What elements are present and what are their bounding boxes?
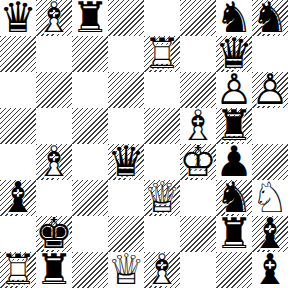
square-g4[interactable]: ♟♟ [216,144,252,180]
piece-fill-halo: ♜ [0,248,38,288]
square-b7[interactable] [36,36,72,72]
square-a5[interactable] [0,108,36,144]
bR-glyph: ♜ [215,213,253,255]
piece-black-king[interactable]: ♚♚ [36,216,72,252]
piece-white-bishop[interactable]: ♝♗ [36,0,72,36]
square-a2[interactable] [0,216,36,252]
bN-glyph: ♞ [251,0,289,39]
piece-white-pawn[interactable]: ♟♙ [252,72,288,108]
square-b2[interactable]: ♚♚ [36,216,72,252]
wP-glyph: ♙ [215,69,253,111]
piece-black-bishop[interactable]: ♝♝ [252,252,288,288]
square-d8[interactable] [108,0,144,36]
square-a4[interactable] [0,144,36,180]
square-c7[interactable] [72,36,108,72]
wB-glyph: ♗ [35,0,73,39]
bP-glyph: ♟ [215,141,253,183]
square-f8[interactable] [180,0,216,36]
piece-fill-halo: ♞ [214,176,254,221]
piece-fill-halo: ♝ [250,248,290,288]
piece-white-bishop[interactable]: ♝♗ [180,108,216,144]
piece-black-knight[interactable]: ♞♞ [252,0,288,36]
wP-glyph: ♙ [251,69,289,111]
wR-glyph: ♖ [143,33,181,75]
square-b6[interactable] [36,72,72,108]
square-g7[interactable]: ♛♛ [216,36,252,72]
square-e3[interactable]: ♛♕ [144,180,180,216]
square-b3[interactable] [36,180,72,216]
square-e8[interactable] [144,0,180,36]
square-a8[interactable]: ♛♛ [0,0,36,36]
wB-glyph: ♗ [179,105,217,147]
bR-glyph: ♜ [71,0,109,39]
square-f5[interactable]: ♝♗ [180,108,216,144]
wQ-glyph: ♕ [143,177,181,219]
square-c8[interactable]: ♜♜ [72,0,108,36]
piece-fill-halo: ♞ [250,176,290,221]
piece-fill-halo: ♝ [178,104,218,149]
bR-glyph: ♜ [35,249,73,288]
square-f7[interactable] [180,36,216,72]
piece-fill-halo: ♛ [106,140,146,185]
square-f4[interactable]: ♚♔ [180,144,216,180]
square-e4[interactable] [144,144,180,180]
square-f6[interactable] [180,72,216,108]
square-a6[interactable] [0,72,36,108]
piece-white-king[interactable]: ♚♔ [180,144,216,180]
square-e7[interactable]: ♜♖ [144,36,180,72]
piece-white-rook[interactable]: ♜♖ [144,36,180,72]
square-c6[interactable] [72,72,108,108]
square-d4[interactable]: ♛♛ [108,144,144,180]
square-a7[interactable] [0,36,36,72]
bB-glyph: ♝ [251,213,289,255]
square-c1[interactable] [72,252,108,288]
square-e5[interactable] [144,108,180,144]
piece-fill-halo: ♛ [106,248,146,288]
bK-glyph: ♚ [35,213,73,255]
piece-black-rook[interactable]: ♜♜ [216,216,252,252]
square-b5[interactable] [36,108,72,144]
piece-white-queen[interactable]: ♛♕ [144,180,180,216]
piece-fill-halo: ♛ [214,32,254,77]
square-a1[interactable]: ♜♖ [0,252,36,288]
piece-black-rook[interactable]: ♜♜ [72,0,108,36]
square-h6[interactable]: ♟♙ [252,72,288,108]
piece-fill-halo: ♜ [142,32,182,77]
square-h8[interactable]: ♞♞ [252,0,288,36]
square-e1[interactable]: ♝♗ [144,252,180,288]
piece-fill-halo: ♞ [250,0,290,41]
wB-glyph: ♗ [35,141,73,183]
bQ-glyph: ♛ [107,141,145,183]
square-g2[interactable]: ♜♜ [216,216,252,252]
piece-fill-halo: ♝ [250,212,290,257]
piece-black-rook[interactable]: ♜♜ [36,252,72,288]
piece-white-knight[interactable]: ♞♘ [252,180,288,216]
piece-black-queen[interactable]: ♛♛ [108,144,144,180]
piece-fill-halo: ♛ [0,0,38,41]
square-g8[interactable]: ♞♞ [216,0,252,36]
piece-fill-halo: ♞ [214,0,254,41]
bR-glyph: ♜ [215,105,253,147]
piece-fill-halo: ♜ [34,248,74,288]
wB-glyph: ♗ [143,249,181,288]
bQ-glyph: ♛ [215,33,253,75]
square-a3[interactable]: ♝♝ [0,180,36,216]
piece-black-knight[interactable]: ♞♞ [216,0,252,36]
piece-fill-halo: ♜ [214,212,254,257]
square-c2[interactable] [72,216,108,252]
piece-fill-halo: ♛ [142,176,182,221]
square-b4[interactable]: ♝♗ [36,144,72,180]
square-h2[interactable]: ♝♝ [252,216,288,252]
square-d3[interactable] [108,180,144,216]
square-f2[interactable] [180,216,216,252]
piece-fill-halo: ♜ [70,0,110,41]
piece-black-knight[interactable]: ♞♞ [216,180,252,216]
wN-glyph: ♘ [251,177,289,219]
square-f3[interactable] [180,180,216,216]
square-h7[interactable] [252,36,288,72]
piece-white-bishop[interactable]: ♝♗ [144,252,180,288]
piece-black-queen[interactable]: ♛♛ [0,0,36,36]
piece-fill-halo: ♚ [34,212,74,257]
square-f1[interactable] [180,252,216,288]
piece-white-bishop[interactable]: ♝♗ [36,144,72,180]
piece-fill-halo: ♟ [214,68,254,113]
piece-fill-halo: ♝ [0,176,38,221]
piece-fill-halo: ♚ [178,140,218,185]
piece-black-bishop[interactable]: ♝♝ [0,180,36,216]
square-g5[interactable]: ♜♜ [216,108,252,144]
piece-black-rook[interactable]: ♜♜ [216,108,252,144]
piece-white-rook[interactable]: ♜♖ [0,252,36,288]
square-g3[interactable]: ♞♞ [216,180,252,216]
piece-fill-halo: ♟ [250,68,290,113]
square-g6[interactable]: ♟♙ [216,72,252,108]
square-h5[interactable] [252,108,288,144]
square-h4[interactable] [252,144,288,180]
bN-glyph: ♞ [215,0,253,39]
wQ-glyph: ♕ [107,249,145,288]
square-d6[interactable] [108,72,144,108]
piece-white-queen[interactable]: ♛♕ [108,252,144,288]
square-d5[interactable] [108,108,144,144]
bN-glyph: ♞ [215,177,253,219]
square-d1[interactable]: ♛♕ [108,252,144,288]
wR-glyph: ♖ [0,249,37,288]
piece-fill-halo: ♝ [34,0,74,41]
bB-glyph: ♝ [0,177,37,219]
piece-black-pawn[interactable]: ♟♟ [216,144,252,180]
square-h1[interactable]: ♝♝ [252,252,288,288]
piece-fill-halo: ♜ [214,104,254,149]
piece-white-pawn[interactable]: ♟♙ [216,72,252,108]
piece-fill-halo: ♝ [142,248,182,288]
piece-black-bishop[interactable]: ♝♝ [252,216,288,252]
square-c3[interactable] [72,180,108,216]
bB-glyph: ♝ [251,249,289,288]
piece-fill-halo: ♝ [34,140,74,185]
piece-black-queen[interactable]: ♛♛ [216,36,252,72]
square-b1[interactable]: ♜♜ [36,252,72,288]
piece-fill-halo: ♟ [214,140,254,185]
square-h3[interactable]: ♞♘ [252,180,288,216]
square-b8[interactable]: ♝♗ [36,0,72,36]
square-c5[interactable] [72,108,108,144]
bQ-glyph: ♛ [0,0,37,39]
square-g1[interactable] [216,252,252,288]
square-d2[interactable] [108,216,144,252]
wK-glyph: ♔ [179,141,217,183]
square-d7[interactable] [108,36,144,72]
square-e6[interactable] [144,72,180,108]
square-c4[interactable] [72,144,108,180]
square-e2[interactable] [144,216,180,252]
chess-board: ♛♛♝♗♜♜♞♞♞♞♜♖♛♛♟♙♟♙♝♗♜♜♝♗♛♛♚♔♟♟♝♝♛♕♞♞♞♘♚♚… [0,0,288,288]
